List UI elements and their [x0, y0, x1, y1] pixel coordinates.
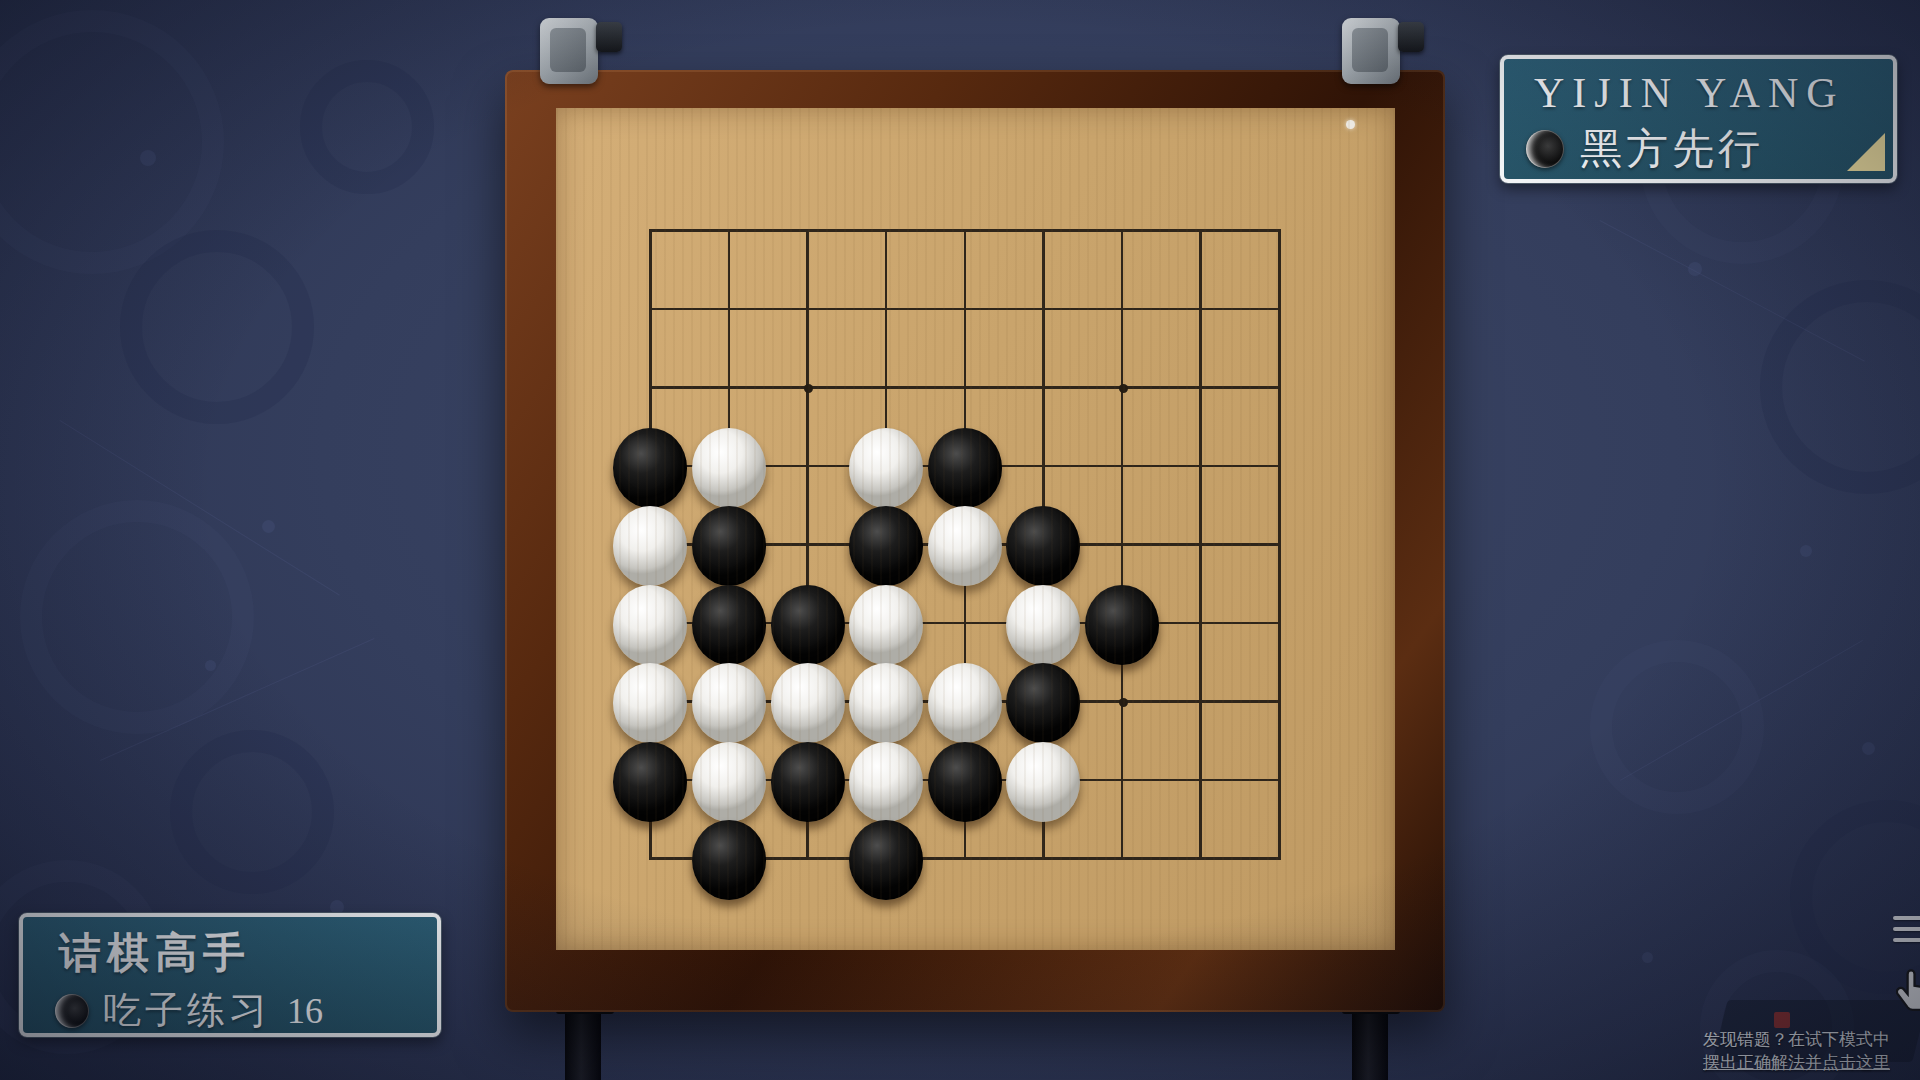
white-stone: [1006, 742, 1080, 822]
white-stone: [928, 506, 1002, 586]
white-stone: [692, 428, 766, 508]
grid-line-horizontal: [649, 700, 1281, 703]
white-stone: [613, 506, 687, 586]
white-stone: [692, 742, 766, 822]
puzzle-title: 诘棋高手: [59, 925, 437, 981]
black-stone: [613, 742, 687, 822]
grid-line-vertical: [728, 229, 731, 860]
white-stone: [771, 663, 845, 743]
black-stone: [1006, 506, 1080, 586]
hint-line2[interactable]: 摆出正确解法并点击这里: [1703, 1051, 1918, 1074]
star-point: [962, 541, 971, 550]
black-stone: [692, 585, 766, 665]
grid-line-vertical: [806, 229, 809, 860]
grid-line-vertical: [1121, 229, 1124, 860]
go-board-grid[interactable]: [649, 229, 1281, 860]
grid-line-horizontal: [649, 308, 1281, 311]
watermark-red-square: [1774, 1012, 1790, 1028]
hint-line1: 发现错题？在试下模式中: [1703, 1028, 1918, 1051]
player-panel: YIJIN YANG 黑方先行: [1500, 55, 1897, 183]
grid-line-vertical: [1042, 229, 1045, 860]
hamburger-menu-icon[interactable]: [1893, 916, 1920, 949]
white-stone: [849, 428, 923, 508]
grid-line-vertical: [1278, 229, 1281, 860]
grid-line-horizontal: [649, 779, 1281, 782]
black-stone: [771, 585, 845, 665]
go-board-surface: [556, 108, 1395, 950]
black-stone: [692, 820, 766, 900]
black-stone: [849, 820, 923, 900]
black-stone: [928, 428, 1002, 508]
star-point: [804, 384, 813, 393]
white-stone: [1006, 585, 1080, 665]
puzzle-panel: 诘棋高手 吃子练习 16: [19, 913, 441, 1037]
black-stone-icon: [55, 994, 89, 1028]
game-screen: YIJIN YANG 黑方先行 诘棋高手 吃子练习 16 发现错题？在试下模式中…: [0, 0, 1920, 1080]
grid-line-vertical: [885, 229, 888, 860]
star-point: [1119, 384, 1128, 393]
player-name: YIJIN YANG: [1534, 69, 1893, 117]
grid-line-vertical: [649, 229, 652, 860]
star-point: [1119, 698, 1128, 707]
turn-label: 黑方先行: [1580, 121, 1764, 177]
panel-fold-triangle[interactable]: [1847, 133, 1885, 171]
white-stone: [613, 663, 687, 743]
white-stone: [613, 585, 687, 665]
grid-line-vertical: [964, 229, 967, 860]
black-stone: [849, 506, 923, 586]
grid-line-vertical: [1199, 229, 1202, 860]
white-stone: [928, 663, 1002, 743]
retry-hint[interactable]: 发现错题？在试下模式中 摆出正确解法并点击这里: [1703, 1028, 1918, 1074]
board-clamp-right: [1336, 12, 1432, 108]
board-clamp-left: [534, 12, 630, 108]
black-stone: [771, 742, 845, 822]
black-stone: [613, 428, 687, 508]
black-stone: [1085, 585, 1159, 665]
black-stone: [692, 506, 766, 586]
puzzle-number: 16: [287, 990, 323, 1032]
white-stone: [692, 663, 766, 743]
white-stone: [849, 585, 923, 665]
grid-line-horizontal: [649, 857, 1281, 860]
grid-line-horizontal: [649, 543, 1281, 546]
grid-line-horizontal: [649, 229, 1281, 232]
black-stone: [928, 742, 1002, 822]
grid-line-horizontal: [649, 465, 1281, 468]
white-stone: [849, 663, 923, 743]
pin-dot: [1346, 120, 1355, 129]
black-stone-icon: [1526, 130, 1564, 168]
black-stone: [1006, 663, 1080, 743]
hand-cursor-icon: [1896, 968, 1920, 1014]
puzzle-subtitle: 吃子练习: [103, 985, 271, 1036]
white-stone: [849, 742, 923, 822]
grid-line-horizontal: [649, 622, 1281, 625]
go-board-frame: [505, 70, 1445, 1012]
star-point: [804, 698, 813, 707]
grid-line-horizontal: [649, 386, 1281, 389]
